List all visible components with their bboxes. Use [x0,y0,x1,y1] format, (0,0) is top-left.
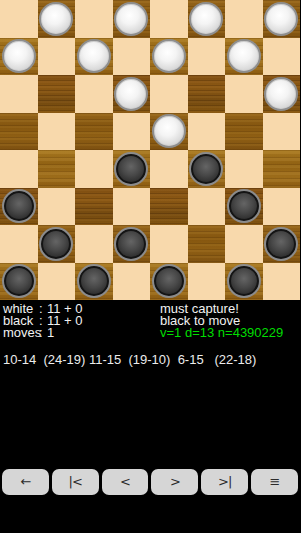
white-man-piece[interactable] [77,39,111,73]
board-square[interactable] [113,263,151,301]
white-man-piece[interactable] [39,2,73,36]
black-man-piece[interactable] [189,152,223,186]
toolbar: ←|<<>>|≡ [0,469,300,495]
board-square[interactable] [113,38,151,76]
board-square[interactable] [188,263,226,301]
board-square[interactable] [0,0,38,38]
black-man-piece[interactable] [114,227,148,261]
board-square[interactable] [225,0,263,38]
black-man-piece[interactable] [152,264,186,298]
board-square[interactable] [38,225,76,263]
board-square[interactable] [0,188,38,226]
board-square[interactable] [113,188,151,226]
board-square[interactable] [150,225,188,263]
board-square[interactable] [75,113,113,151]
moves-count-row: moves:1 [3,327,83,339]
moves-label: moves [3,327,39,339]
board-square[interactable] [188,150,226,188]
board-square[interactable] [188,113,226,151]
board-square[interactable] [225,263,263,301]
move-list: 10-14 (24-19) 11-15 (19-10) 6-15 (22-18) [3,352,256,367]
board-square[interactable] [0,113,38,151]
moves-count: 1 [47,325,54,340]
material-stats: white:11 + 0 black:11 + 0 moves:1 [3,303,83,338]
board-square[interactable] [38,0,76,38]
board-square[interactable] [188,0,226,38]
board-square[interactable] [75,38,113,76]
board-square[interactable] [263,38,301,76]
board-square[interactable] [150,150,188,188]
board-square[interactable] [38,38,76,76]
board-square[interactable] [225,75,263,113]
white-man-piece[interactable] [2,39,36,73]
board-square[interactable] [0,150,38,188]
white-man-piece[interactable] [189,2,223,36]
white-man-piece[interactable] [114,77,148,111]
board-square[interactable] [75,188,113,226]
app-screen: white:11 + 0 black:11 + 0 moves:1 must c… [0,0,300,533]
board-square[interactable] [150,113,188,151]
board-square[interactable] [113,0,151,38]
board-square[interactable] [263,0,301,38]
board-square[interactable] [263,75,301,113]
board-square[interactable] [225,150,263,188]
board-square[interactable] [263,113,301,151]
black-man-piece[interactable] [227,264,261,298]
board-square[interactable] [75,150,113,188]
white-man-piece[interactable] [264,77,298,111]
next-move-button[interactable]: > [151,469,198,495]
board-square[interactable] [225,113,263,151]
black-man-piece[interactable] [2,189,36,223]
board-square[interactable] [150,38,188,76]
board-square[interactable] [0,225,38,263]
board-square[interactable] [263,225,301,263]
board-square[interactable] [75,225,113,263]
first-move-button[interactable]: |< [52,469,99,495]
game-status: must capture! black to move v=1 d=13 n=4… [160,303,283,338]
board-square[interactable] [38,75,76,113]
black-man-piece[interactable] [227,189,261,223]
board-square[interactable] [0,263,38,301]
black-man-piece[interactable] [39,227,73,261]
white-man-piece[interactable] [152,39,186,73]
engine-stats: v=1 d=13 n=4390229 [160,327,283,339]
board-square[interactable] [225,188,263,226]
board-square[interactable] [38,188,76,226]
board-square[interactable] [188,75,226,113]
board-square[interactable] [113,75,151,113]
board-square[interactable] [263,150,301,188]
board-square[interactable] [38,150,76,188]
board-square[interactable] [75,0,113,38]
board-square[interactable] [150,0,188,38]
board-square[interactable] [188,38,226,76]
board-square[interactable] [75,263,113,301]
board-square[interactable] [150,75,188,113]
board-square[interactable] [225,38,263,76]
board-square[interactable] [38,113,76,151]
black-man-piece[interactable] [264,227,298,261]
white-man-piece[interactable] [152,114,186,148]
black-man-piece[interactable] [114,152,148,186]
board-square[interactable] [113,113,151,151]
white-man-piece[interactable] [264,2,298,36]
board-square[interactable] [188,225,226,263]
last-move-button[interactable]: >| [201,469,248,495]
board-square[interactable] [150,188,188,226]
board-square[interactable] [225,225,263,263]
board-square[interactable] [150,263,188,301]
board-square[interactable] [38,263,76,301]
black-man-piece[interactable] [77,264,111,298]
board-square[interactable] [113,225,151,263]
board-square[interactable] [0,75,38,113]
android-nav-bar [0,497,300,533]
board-square[interactable] [75,75,113,113]
board-square[interactable] [113,150,151,188]
board-square[interactable] [263,188,301,226]
board-square[interactable] [188,188,226,226]
board-square[interactable] [0,38,38,76]
white-man-piece[interactable] [114,2,148,36]
board-square[interactable] [263,263,301,301]
white-man-piece[interactable] [227,39,261,73]
back-button[interactable]: ← [2,469,49,495]
menu-button[interactable]: ≡ [251,469,298,495]
prev-move-button[interactable]: < [102,469,149,495]
checkers-board[interactable] [0,0,300,300]
black-man-piece[interactable] [2,264,36,298]
